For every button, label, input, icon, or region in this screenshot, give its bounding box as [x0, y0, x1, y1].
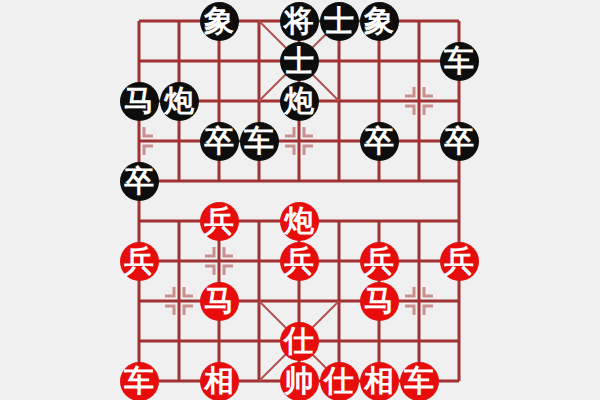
- piece-black-象-c6r0[interactable]: 象: [360, 2, 399, 41]
- piece-black-士-c5r0[interactable]: 士: [320, 2, 359, 41]
- piece-red-兵-c4r6[interactable]: 兵: [280, 242, 319, 281]
- piece-red-车-c0r9[interactable]: 车: [120, 362, 159, 400]
- piece-red-马-c6r7[interactable]: 马: [360, 282, 399, 321]
- piece-red-相-c6r9[interactable]: 相: [360, 362, 399, 400]
- piece-black-炮-c1r2[interactable]: 炮: [160, 82, 199, 121]
- piece-red-兵-c6r6[interactable]: 兵: [360, 242, 399, 281]
- piece-red-仕-c5r9[interactable]: 仕: [320, 362, 359, 400]
- piece-red-炮-c4r5[interactable]: 炮: [280, 202, 319, 241]
- piece-black-马-c0r2[interactable]: 马: [120, 82, 159, 121]
- piece-black-卒-c8r3[interactable]: 卒: [440, 122, 479, 161]
- piece-red-车-c7r9[interactable]: 车: [400, 362, 439, 400]
- piece-red-仕-c4r8[interactable]: 仕: [280, 322, 319, 361]
- piece-black-卒-c2r3[interactable]: 卒: [200, 122, 239, 161]
- piece-black-象-c2r0[interactable]: 象: [200, 2, 239, 41]
- piece-red-兵-c8r6[interactable]: 兵: [440, 242, 479, 281]
- piece-black-炮-c4r2[interactable]: 炮: [280, 82, 319, 121]
- piece-red-马-c2r7[interactable]: 马: [200, 282, 239, 321]
- piece-black-车-c8r1[interactable]: 车: [440, 42, 479, 81]
- piece-red-帅-c4r9[interactable]: 帅: [280, 362, 319, 400]
- piece-black-士-c4r1[interactable]: 士: [280, 42, 319, 81]
- xiangqi-board[interactable]: 象将士象士车马炮炮卒车卒卒卒兵炮兵兵兵兵马马仕车相帅仕相车: [119, 1, 479, 400]
- piece-red-相-c2r9[interactable]: 相: [200, 362, 239, 400]
- piece-black-卒-c0r4[interactable]: 卒: [120, 162, 159, 201]
- piece-black-将-c4r0[interactable]: 将: [280, 2, 319, 41]
- piece-black-车-c3r3[interactable]: 车: [240, 122, 279, 161]
- piece-red-兵-c2r5[interactable]: 兵: [200, 202, 239, 241]
- piece-black-卒-c6r3[interactable]: 卒: [360, 122, 399, 161]
- piece-red-兵-c0r6[interactable]: 兵: [120, 242, 159, 281]
